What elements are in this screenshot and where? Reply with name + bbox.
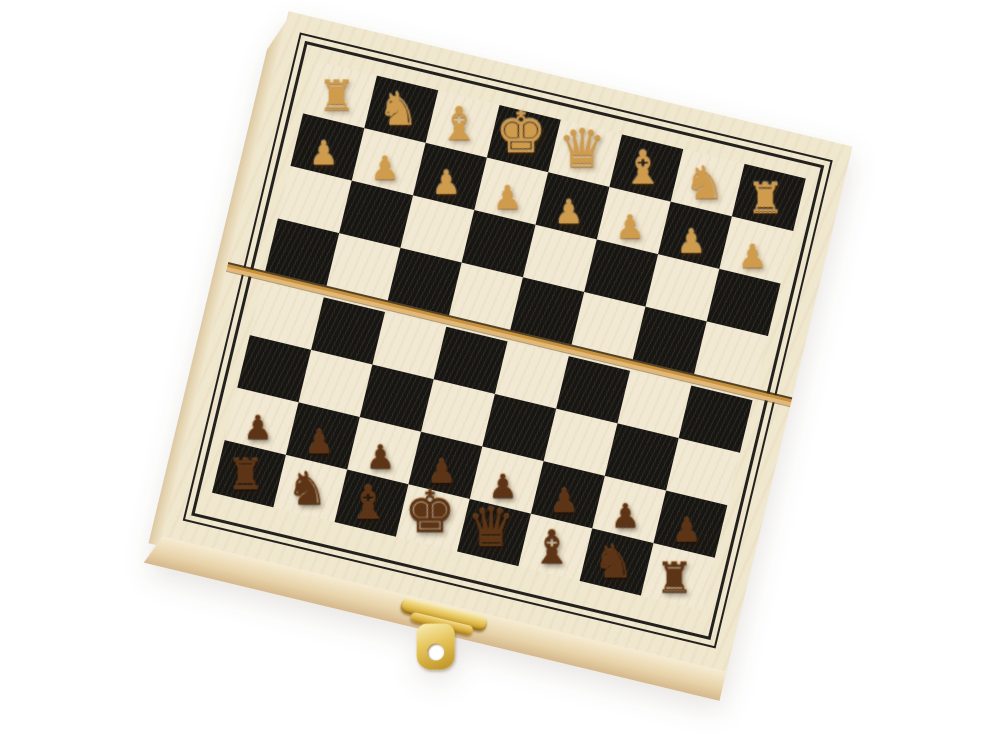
clasp-keyhole-icon <box>427 644 444 661</box>
black-knight[interactable]: ♞ <box>592 539 633 585</box>
white-pawn[interactable]: ♟ <box>370 151 400 184</box>
white-pawn[interactable]: ♟ <box>553 195 583 228</box>
white-pawn[interactable]: ♟ <box>615 210 645 243</box>
black-pawn[interactable]: ♟ <box>549 484 579 517</box>
white-queen[interactable]: ♛ <box>557 122 605 176</box>
white-rook[interactable]: ♜ <box>317 75 355 117</box>
black-rook[interactable]: ♜ <box>655 557 693 599</box>
white-king[interactable]: ♚ <box>494 103 546 161</box>
black-pawn[interactable]: ♟ <box>610 499 640 532</box>
white-rook[interactable]: ♜ <box>746 178 784 220</box>
black-pawn[interactable]: ♟ <box>365 440 395 473</box>
black-bishop[interactable]: ♝ <box>531 524 572 570</box>
wooden-chess-box: ♜♞♝♚♛♝♞♜♟♟♟♟♟♟♟♟ ♟♟♟♟♟♟♟♟♜♞♝♚♛♝♞♜ <box>155 11 852 701</box>
white-bishop[interactable]: ♝ <box>622 145 663 191</box>
product-photo-scene: ♜♞♝♚♛♝♞♜♟♟♟♟♟♟♟♟ ♟♟♟♟♟♟♟♟♜♞♝♚♛♝♞♜ <box>0 0 1000 750</box>
black-rook[interactable]: ♜ <box>226 454 264 496</box>
white-bishop[interactable]: ♝ <box>438 100 479 146</box>
white-pawn[interactable]: ♟ <box>676 225 706 258</box>
black-bishop[interactable]: ♝ <box>347 480 388 526</box>
white-pawn[interactable]: ♟ <box>431 166 461 199</box>
white-pawn[interactable]: ♟ <box>308 137 338 170</box>
white-knight[interactable]: ♞ <box>683 159 724 205</box>
black-pawn[interactable]: ♟ <box>304 425 334 458</box>
white-pawn[interactable]: ♟ <box>492 181 522 214</box>
white-knight[interactable]: ♞ <box>377 86 418 132</box>
clasp-keyhole-tab <box>417 624 455 670</box>
black-pawn[interactable]: ♟ <box>243 411 273 444</box>
black-queen[interactable]: ♛ <box>466 501 514 555</box>
black-pawn[interactable]: ♟ <box>671 514 701 547</box>
black-knight[interactable]: ♞ <box>286 465 327 511</box>
black-king[interactable]: ♚ <box>403 482 455 540</box>
white-pawn[interactable]: ♟ <box>737 239 767 272</box>
